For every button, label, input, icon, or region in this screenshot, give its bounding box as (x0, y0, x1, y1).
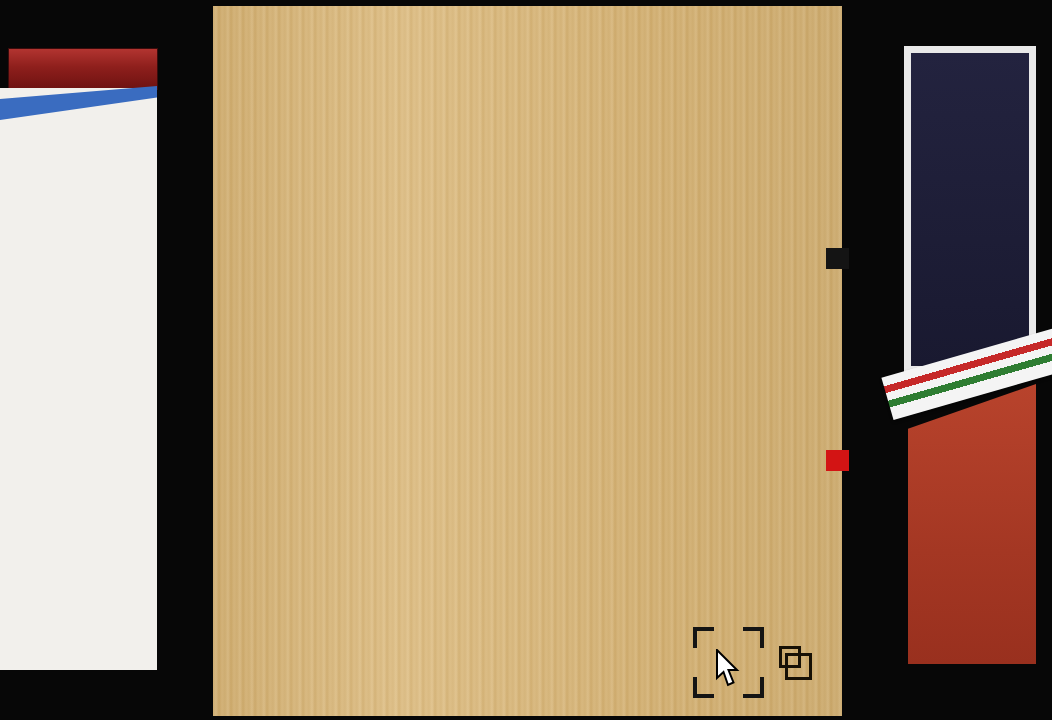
xiangqi-board[interactable] (213, 6, 842, 716)
classroom-panel (904, 46, 1036, 380)
red-edge-tab (826, 450, 849, 471)
right-banner (898, 44, 1042, 669)
pieces-layer (215, 23, 832, 696)
year-badge (8, 48, 158, 90)
left-banner-title-wrap (0, 128, 157, 668)
video-frame: { "game": "xiangqi", "position": { "fen"… (0, 0, 1052, 720)
black-edge-tab (826, 248, 849, 269)
players-panel (908, 384, 1036, 664)
left-banner (0, 0, 165, 720)
mouse-cursor (714, 649, 740, 687)
last-move-origin-marker (785, 653, 812, 680)
